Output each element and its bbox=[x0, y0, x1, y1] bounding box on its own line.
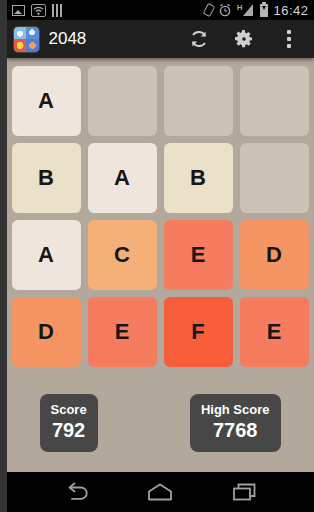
refresh-button[interactable] bbox=[187, 27, 211, 51]
network-h-signal-icon: H bbox=[237, 4, 254, 16]
score-badge: Score 792 bbox=[40, 394, 98, 452]
tile-r2c1: B bbox=[12, 143, 81, 213]
high-score-badge: High Score 7768 bbox=[190, 394, 281, 452]
tile-r2c2: A bbox=[88, 143, 157, 213]
app-title: 2048 bbox=[49, 29, 87, 49]
tile-r3c4: D bbox=[240, 220, 309, 290]
tile-r4c2: E bbox=[88, 297, 157, 367]
tile-r1c2 bbox=[88, 66, 157, 136]
status-notification-icons bbox=[12, 4, 64, 17]
status-system-icons: H 16:42 bbox=[205, 3, 309, 18]
score-value: 792 bbox=[51, 418, 87, 443]
app-bar: 2048 bbox=[7, 20, 314, 58]
alarm-icon bbox=[218, 3, 232, 17]
signal-triangle-icon bbox=[243, 4, 253, 16]
score-row: Score 792 High Score 7768 bbox=[7, 394, 314, 452]
status-clock: 16:42 bbox=[273, 3, 308, 18]
three-dots-icon bbox=[287, 30, 291, 48]
tile-r3c3: E bbox=[164, 220, 233, 290]
score-label: Score bbox=[51, 402, 87, 418]
navigation-bar bbox=[7, 472, 314, 512]
screenshot-icon bbox=[12, 5, 25, 16]
recents-button[interactable] bbox=[227, 479, 261, 505]
status-bar: H 16:42 bbox=[7, 0, 314, 20]
tile-r1c1: A bbox=[12, 66, 81, 136]
network-type-label: H bbox=[237, 4, 243, 12]
tile-r2c3: B bbox=[164, 143, 233, 213]
tile-r3c1: A bbox=[12, 220, 81, 290]
high-score-label: High Score bbox=[201, 402, 270, 418]
settings-gear-button[interactable] bbox=[232, 27, 256, 51]
vibrate-icon bbox=[202, 3, 215, 17]
game-area: A B A B A C E D D E F E Score 792 High S… bbox=[7, 58, 314, 472]
wifi-box-icon bbox=[31, 4, 46, 17]
tile-r4c3: F bbox=[164, 297, 233, 367]
tile-r3c2: C bbox=[88, 220, 157, 290]
back-button[interactable] bbox=[59, 479, 93, 505]
board-grid-4x4[interactable]: A B A B A C E D D E F E bbox=[12, 66, 309, 367]
app-logo-icon bbox=[13, 26, 40, 53]
high-score-value: 7768 bbox=[201, 418, 270, 443]
tile-r4c4: E bbox=[240, 297, 309, 367]
tile-r1c3 bbox=[164, 66, 233, 136]
phone-screen: H 16:42 2048 bbox=[7, 0, 314, 512]
battery-charging-icon bbox=[260, 4, 268, 17]
tile-r2c4 bbox=[240, 143, 309, 213]
tile-r1c4 bbox=[240, 66, 309, 136]
sim-bars-icon bbox=[52, 4, 64, 17]
tile-r4c1: D bbox=[12, 297, 81, 367]
home-button[interactable] bbox=[143, 479, 177, 505]
overflow-menu-button[interactable] bbox=[277, 27, 301, 51]
